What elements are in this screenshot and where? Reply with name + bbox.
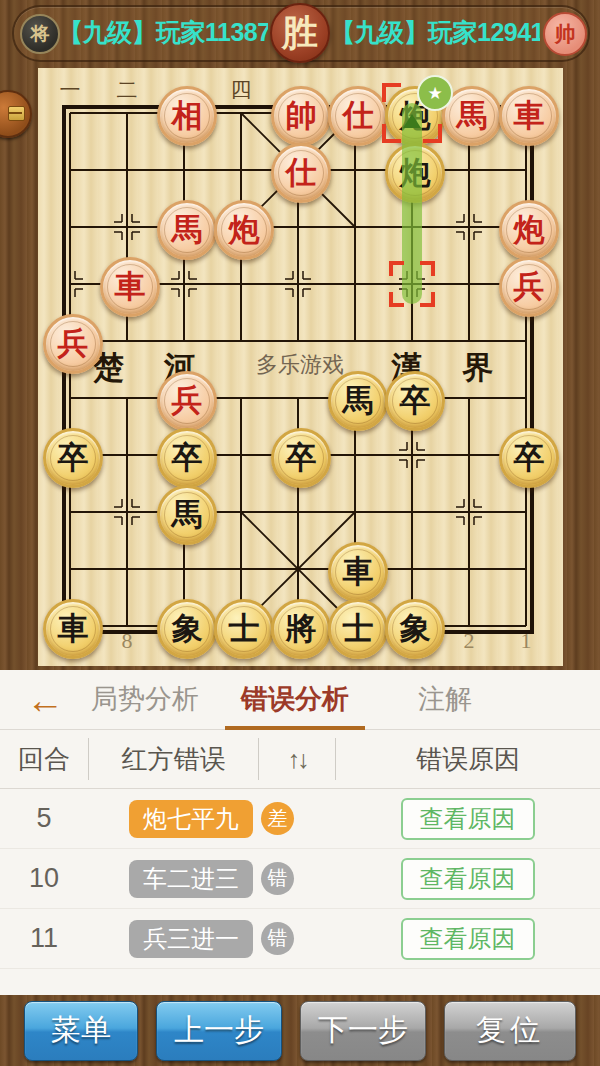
tab-bar: ← 局势分析错误分析注解 (0, 670, 600, 730)
file-label-black-8: 1 (521, 628, 532, 654)
black-chariot-piece[interactable]: 車 (43, 599, 103, 659)
red-cannon-piece[interactable]: 炮 (214, 200, 274, 260)
black-advisor-piece[interactable]: 士 (214, 599, 274, 659)
reset-button[interactable]: 复位 (444, 1001, 576, 1061)
red-cannon-piece[interactable]: 炮 (499, 200, 559, 260)
mistake-row: 5炮七平九差查看原因 (0, 789, 600, 849)
red-advisor-piece[interactable]: 仕 (271, 143, 331, 203)
file-label-red-3: 四 (231, 76, 252, 104)
red-chariot-piece[interactable]: 車 (499, 86, 559, 146)
black-chariot-piece[interactable]: 車 (328, 542, 388, 602)
black-horse-piece[interactable]: 馬 (328, 371, 388, 431)
view-reason-button[interactable]: 查看原因 (401, 858, 535, 900)
tab-annotation[interactable]: 注解 (370, 670, 520, 730)
view-reason-button[interactable]: 查看原因 (401, 918, 535, 960)
black-side-badge: 将 (20, 14, 60, 54)
black-advisor-piece[interactable]: 士 (328, 599, 388, 659)
severity-badge: 差 (261, 802, 294, 835)
move-pill: 车二进三 (129, 860, 253, 898)
header-reason: 错误原因 (336, 742, 600, 777)
severity-badge: 错 (261, 922, 294, 955)
table-header: 回合 红方错误 ↑↓ 错误原因 (0, 730, 600, 789)
move-pill: 兵三进一 (129, 920, 253, 958)
win-badge: 胜 (270, 3, 330, 63)
file-label-red-1: 二 (117, 76, 138, 104)
red-general-piece[interactable]: 帥 (271, 86, 331, 146)
black-horse-piece[interactable]: 馬 (157, 485, 217, 545)
previous-step-button[interactable]: 上一步 (156, 1001, 282, 1061)
header-round: 回合 (0, 742, 88, 777)
side-floating-button[interactable] (0, 90, 32, 138)
severity-badge: 错 (261, 862, 294, 895)
sort-button[interactable]: ↑↓ (288, 745, 307, 773)
back-button[interactable]: ← (26, 678, 64, 722)
treasure-chest-icon (8, 106, 25, 121)
move-pill: 炮七平九 (129, 800, 253, 838)
mistake-row: 11兵三进一错查看原因 (0, 909, 600, 969)
red-chariot-piece[interactable]: 車 (100, 257, 160, 317)
round-number: 5 (0, 803, 88, 834)
top-bar: 将 【九级】玩家1138744.. 胜 【九级】玩家1294187.. 帅 (0, 0, 600, 62)
next-step-button[interactable]: 下一步 (300, 1001, 426, 1061)
analysis-panel: ← 局势分析错误分析注解 回合 红方错误 ↑↓ 错误原因 5炮七平九差查看原因1… (0, 670, 600, 995)
file-label-red-0: 一 (60, 76, 81, 104)
xiangqi-review-screen: { "game": "xiangqi", "top_bar": { "left_… (0, 0, 600, 1066)
tab-mistake-analysis[interactable]: 错误分析 (220, 670, 370, 730)
bottom-nav-bar: 菜单上一步下一步复位 (0, 995, 600, 1066)
xiangqi-board[interactable]: 楚 河 多乐游戏 漢 界 一二四821相帥仕炮馬車仕炮馬炮炮車兵兵兵馬卒卒卒卒卒… (38, 68, 563, 666)
red-side-badge: 帅 (543, 12, 587, 56)
mistake-rows: 5炮七平九差查看原因10车二进三错查看原因11兵三进一错查看原因 (0, 789, 600, 969)
watermark: 多乐游戏 (256, 350, 344, 380)
black-general-piece[interactable]: 將 (271, 599, 331, 659)
view-reason-button[interactable]: 查看原因 (401, 798, 535, 840)
last-move-star-icon: ★ (417, 75, 453, 111)
menu-button[interactable]: 菜单 (24, 1001, 138, 1061)
tab-situation-analysis[interactable]: 局势分析 (70, 670, 220, 730)
red-soldier-piece[interactable]: 兵 (499, 257, 559, 317)
round-number: 11 (0, 923, 88, 954)
red-advisor-piece[interactable]: 仕 (328, 86, 388, 146)
round-number: 10 (0, 863, 88, 894)
red-elephant-piece[interactable]: 相 (157, 86, 217, 146)
black-elephant-piece[interactable]: 象 (157, 599, 217, 659)
file-label-black-1: 8 (122, 628, 133, 654)
win-glyph: 胜 (282, 9, 318, 58)
black-elephant-piece[interactable]: 象 (385, 599, 445, 659)
red-general-glyph: 帅 (555, 20, 576, 48)
black-soldier-piece[interactable]: 卒 (43, 428, 103, 488)
black-soldier-piece[interactable]: 卒 (157, 428, 217, 488)
move-origin-marker (389, 261, 435, 307)
right-player-name: 【九级】玩家1294187.. (330, 17, 540, 47)
file-label-black-7: 2 (464, 628, 475, 654)
red-soldier-piece[interactable]: 兵 (43, 314, 103, 374)
black-soldier-piece[interactable]: 卒 (385, 371, 445, 431)
mistake-row: 10车二进三错查看原因 (0, 849, 600, 909)
red-soldier-piece[interactable]: 兵 (157, 371, 217, 431)
black-general-glyph: 将 (31, 21, 50, 47)
black-soldier-piece[interactable]: 卒 (499, 428, 559, 488)
left-player-name: 【九级】玩家1138744.. (58, 17, 268, 47)
red-horse-piece[interactable]: 馬 (157, 200, 217, 260)
black-soldier-piece[interactable]: 卒 (271, 428, 331, 488)
header-red-mistake: 红方错误 (89, 742, 258, 777)
